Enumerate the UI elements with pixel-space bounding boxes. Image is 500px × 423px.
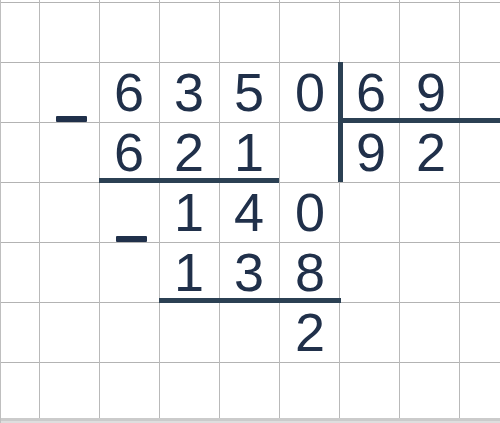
- digit-cell-r2c5: 9: [341, 122, 401, 182]
- digit-cell-r1c5: 6: [341, 62, 401, 122]
- digit-cell-r1c1: 6: [99, 62, 159, 122]
- digit-cell-r3c2: 1: [159, 182, 219, 242]
- digit-cell-r2c2: 2: [159, 122, 219, 182]
- subtraction-line-138: [159, 298, 341, 303]
- digit-cell-r1c6: 9: [401, 62, 461, 122]
- digit-cell-r2c3: 1: [219, 122, 279, 182]
- digit-cell-r5c4: 2: [279, 302, 341, 362]
- minus-sign-6350-621: [56, 116, 87, 122]
- digit-cell-r4c2: 1: [159, 242, 219, 302]
- divisor-underline: [341, 118, 500, 123]
- subtraction-line-621: [99, 178, 279, 183]
- digit-cell-r2c6: 2: [401, 122, 461, 182]
- digit-cell-r2c1: 6: [99, 122, 159, 182]
- digit-cell-r1c3: 5: [219, 62, 279, 122]
- digit-cell-r3c3: 4: [219, 182, 279, 242]
- squared-paper-sheet: 635069621921401382: [0, 0, 500, 423]
- digit-cell-r1c4: 0: [279, 62, 341, 122]
- digit-cell-r4c4: 8: [279, 242, 341, 302]
- digit-cell-r4c3: 3: [219, 242, 279, 302]
- digit-cell-r1c2: 3: [159, 62, 219, 122]
- minus-sign-140-138: [116, 236, 147, 242]
- digit-cell-r3c4: 0: [279, 182, 341, 242]
